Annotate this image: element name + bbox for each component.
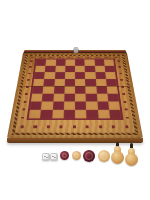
- square: [86, 110, 98, 119]
- square: [106, 86, 118, 93]
- square: [85, 86, 96, 93]
- square: [85, 79, 96, 86]
- square: [96, 86, 107, 93]
- square: [29, 110, 41, 119]
- square: [95, 72, 106, 79]
- square: [65, 72, 75, 79]
- square: [30, 102, 42, 110]
- square: [85, 72, 95, 79]
- square: [75, 94, 86, 102]
- square: [86, 102, 98, 110]
- square: [64, 102, 75, 110]
- square: [95, 79, 106, 86]
- square: [42, 94, 54, 102]
- square: [40, 110, 52, 119]
- square: [105, 72, 116, 79]
- die: [50, 153, 58, 161]
- square: [53, 94, 64, 102]
- motif-band-bottom: [21, 125, 130, 128]
- board-grid: [27, 59, 124, 120]
- pawn: [111, 136, 125, 164]
- checker-dark-small: [60, 151, 69, 160]
- pawn-body: [111, 151, 124, 164]
- square: [108, 102, 120, 110]
- square: [107, 94, 119, 102]
- fold-seam: [18, 86, 131, 87]
- photo-stage: [0, 0, 150, 200]
- square: [86, 94, 97, 102]
- die: [42, 153, 50, 161]
- square: [106, 79, 117, 86]
- square: [55, 72, 65, 79]
- square: [41, 102, 53, 110]
- square: [63, 110, 75, 119]
- checker-dark-large: [83, 150, 95, 162]
- square: [97, 102, 109, 110]
- square: [52, 102, 64, 110]
- square: [109, 110, 121, 119]
- square: [75, 110, 87, 119]
- square: [65, 79, 75, 86]
- square: [54, 79, 65, 86]
- checker-light-small: [72, 151, 81, 160]
- square: [44, 79, 55, 86]
- square: [75, 102, 86, 110]
- square: [52, 110, 64, 119]
- square: [75, 72, 85, 79]
- square: [98, 110, 110, 119]
- square: [75, 86, 86, 93]
- square: [75, 79, 85, 86]
- pawn-body: [125, 153, 138, 166]
- square: [96, 94, 108, 102]
- square: [64, 94, 75, 102]
- board-top-surface: [7, 53, 143, 138]
- square: [43, 86, 54, 93]
- pawn: [125, 138, 139, 166]
- square: [54, 86, 65, 93]
- checker-light-large: [98, 150, 110, 162]
- square: [44, 72, 55, 79]
- square: [64, 86, 75, 93]
